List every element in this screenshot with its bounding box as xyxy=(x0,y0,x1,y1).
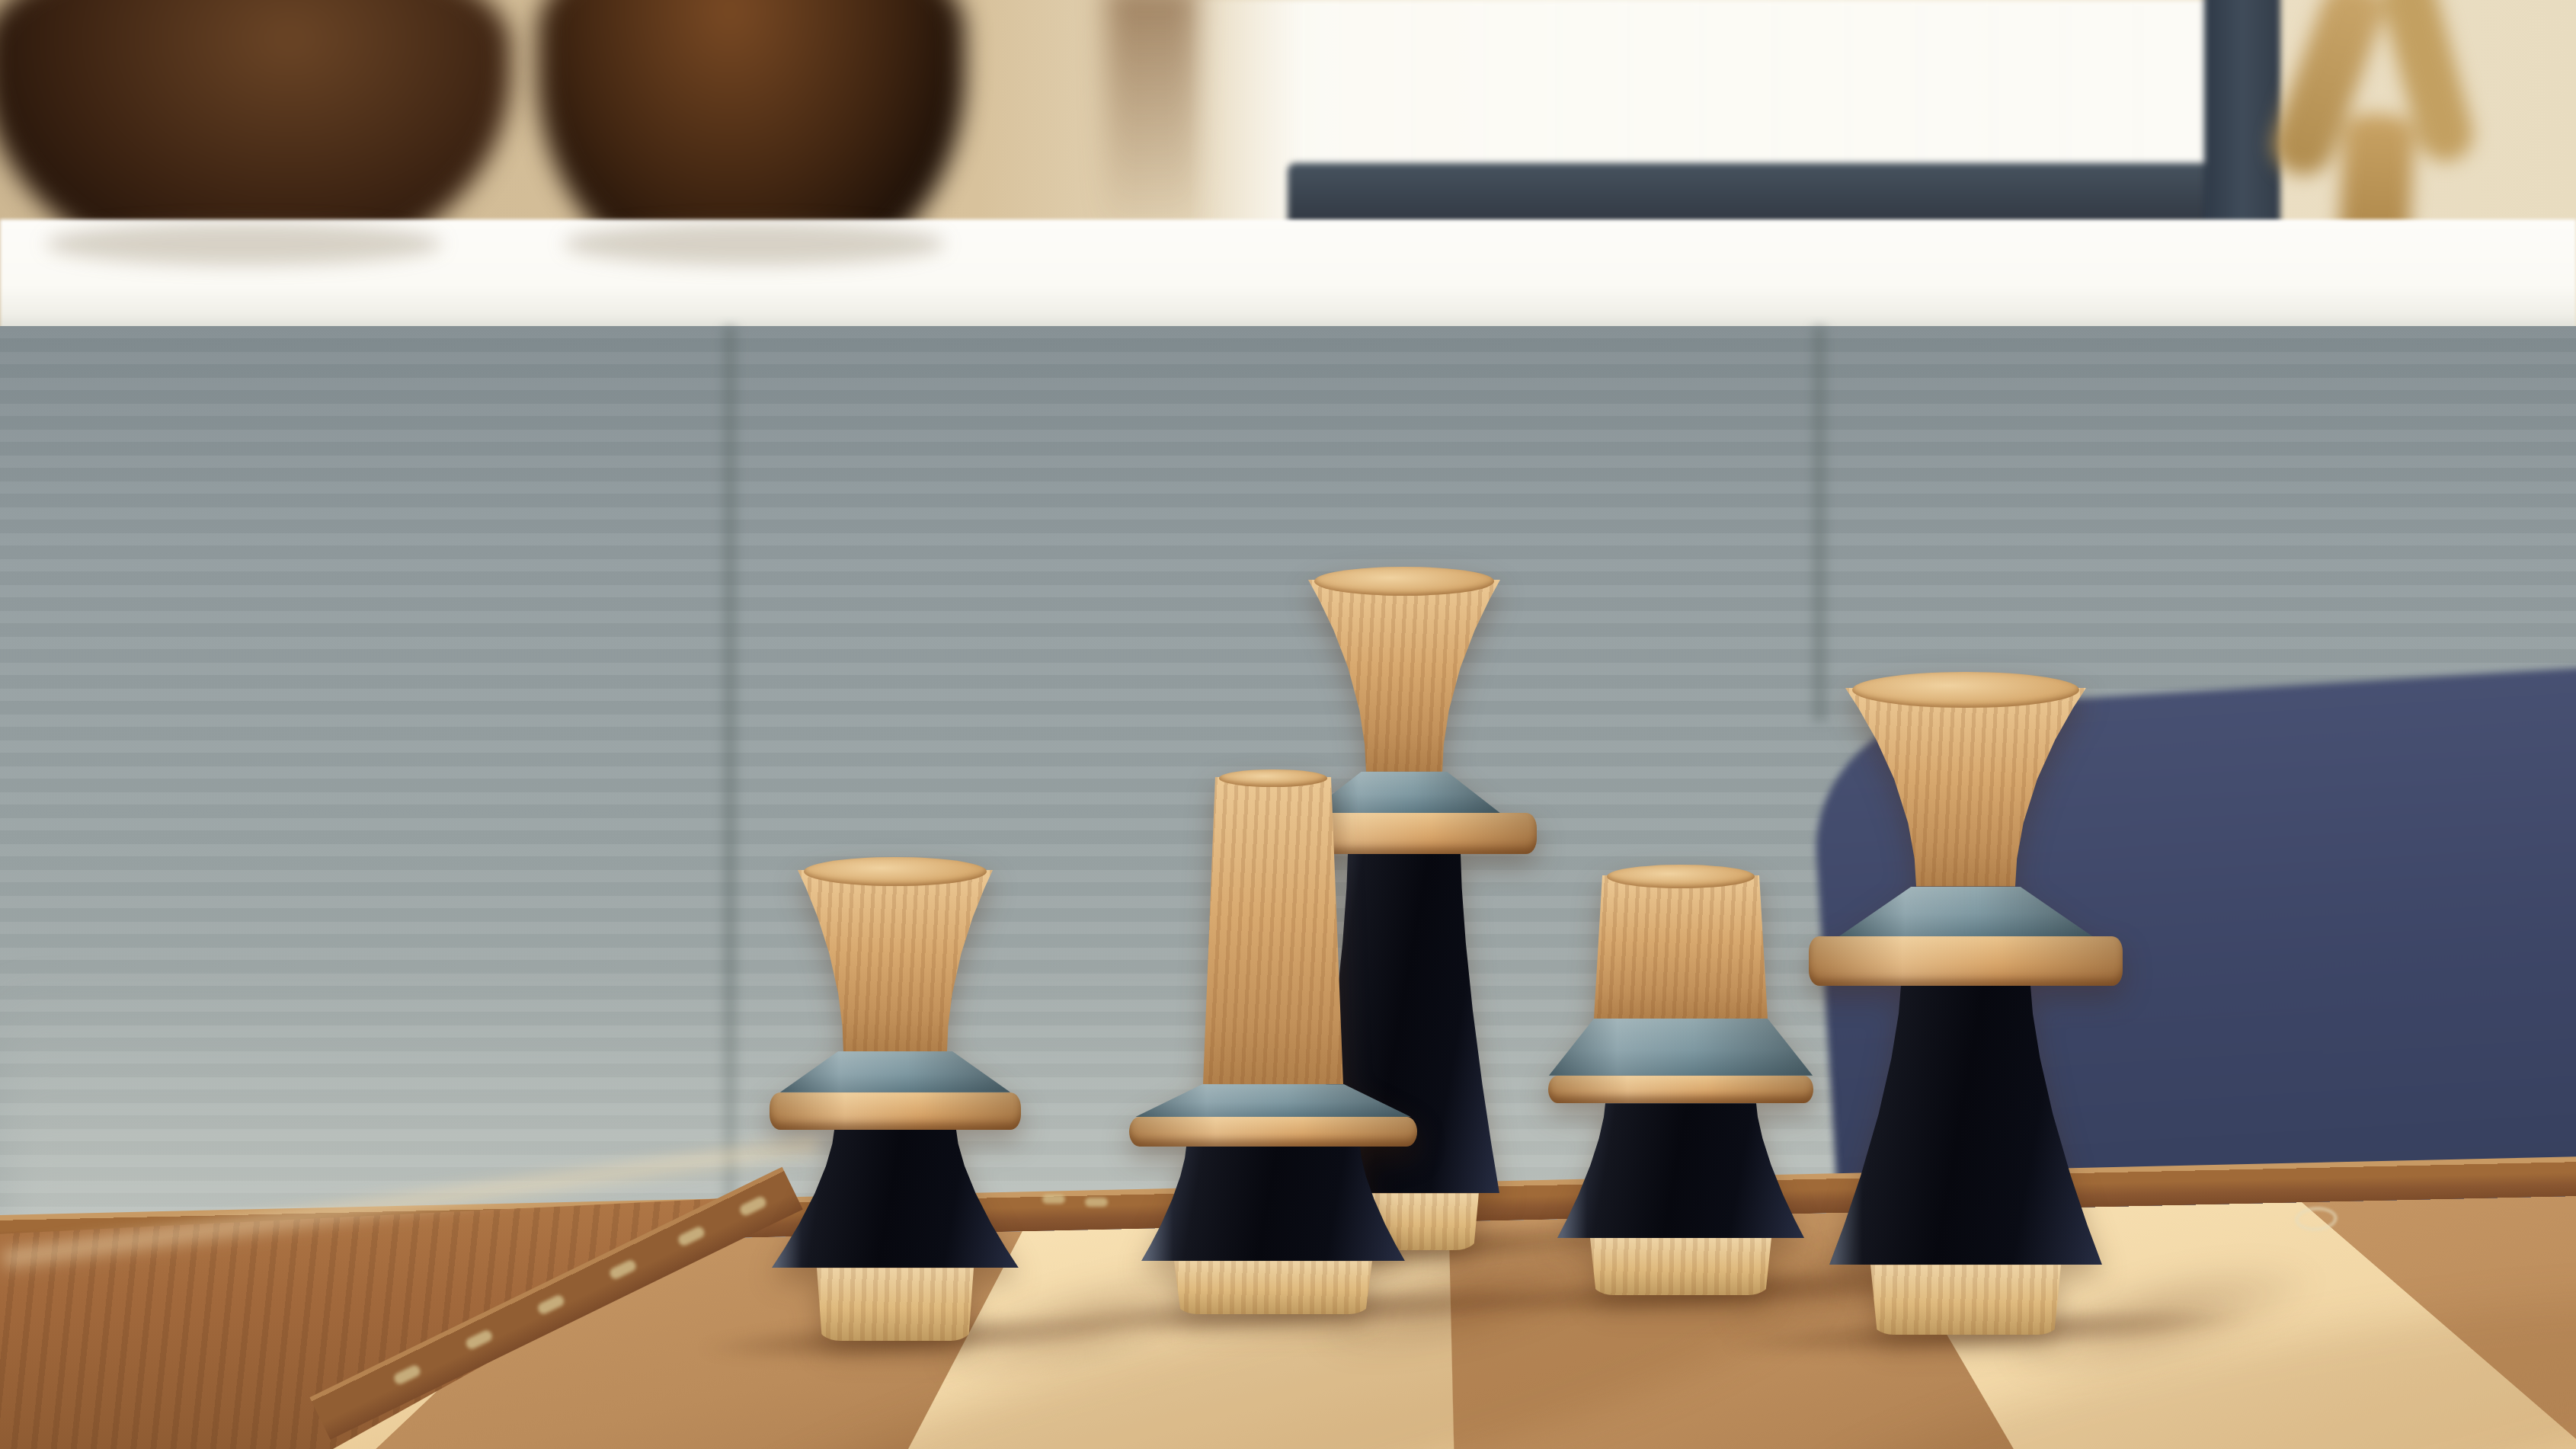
piece-top-face xyxy=(804,857,987,886)
vase-shelf-shadow xyxy=(564,222,945,265)
board-coordinate-engraving xyxy=(608,1259,638,1281)
board-coordinate-engraving xyxy=(1042,1195,1065,1204)
board-coordinate-engraving xyxy=(536,1294,566,1316)
photo-scene xyxy=(0,0,2576,1449)
piece-segment-foot xyxy=(1590,1238,1771,1295)
piece-segment-disc xyxy=(770,1092,1021,1130)
chess-piece-pawn xyxy=(1548,875,1813,1295)
chess-piece-rook xyxy=(770,870,1021,1341)
piece-segment-foot xyxy=(817,1268,974,1341)
piece-segment-flare xyxy=(1845,688,2086,887)
piece-segment-disc xyxy=(1129,1117,1417,1147)
board-coordinate-engraving xyxy=(1085,1198,1108,1207)
piece-top-face xyxy=(1219,769,1328,787)
board-coordinate-engraving xyxy=(677,1225,706,1247)
piece-segment-flare xyxy=(798,870,993,1051)
piece-segment-black xyxy=(1141,1147,1405,1261)
board-coordinate-engraving xyxy=(464,1329,494,1351)
piece-segment-cone xyxy=(780,1051,1010,1092)
vase-reflection-sliver xyxy=(1106,0,1198,236)
piece-segment-cone xyxy=(1839,887,2092,936)
piece-top-face xyxy=(1314,567,1495,596)
piece-top-face xyxy=(1852,672,2078,708)
board-coordinate-engraving xyxy=(738,1195,768,1217)
piece-segment-black xyxy=(1557,1103,1804,1238)
vase-shelf-shadow xyxy=(46,222,442,265)
piece-segment-disc xyxy=(1548,1076,1813,1103)
piece-segment-foot xyxy=(1174,1261,1372,1314)
piece-segment-flare xyxy=(1308,580,1500,772)
chess-piece-queen xyxy=(1809,688,2123,1335)
piece-segment-disc xyxy=(1809,936,2123,986)
piece-top-face xyxy=(1607,865,1755,888)
board-coordinate-engraving xyxy=(392,1364,422,1386)
piece-segment-black xyxy=(772,1130,1019,1268)
piece-segment-cone xyxy=(1549,1019,1813,1076)
piece-segment-cone xyxy=(1135,1084,1411,1117)
piece-segment-foot xyxy=(1870,1265,2061,1335)
wall-panel-seam xyxy=(1809,326,1830,722)
piece-segment-black xyxy=(1829,986,2102,1265)
piece-segment-cyl xyxy=(1594,875,1768,1019)
piece-segment-cyl xyxy=(1203,777,1343,1084)
chess-piece-bishop xyxy=(1129,777,1417,1314)
